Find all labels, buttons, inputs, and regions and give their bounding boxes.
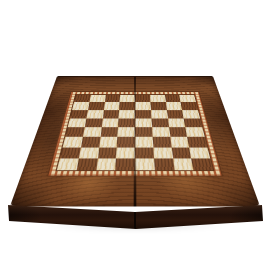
board-square-r2c3 [119,110,135,118]
board-square-r2c0 [70,110,88,118]
board-square-r0c7 [179,95,196,102]
board-square-r0c1 [89,95,105,102]
board-square-r4c5 [152,127,170,137]
board-square-r4c4 [135,127,152,137]
board-square-r6c5 [153,147,172,158]
board-square-r5c5 [152,137,171,147]
board-square-r0c2 [105,95,121,102]
board-square-r7c2 [96,158,116,170]
board-square-r3c7 [184,118,203,127]
board-square-r3c6 [168,118,186,127]
board-square-r0c0 [74,95,91,102]
board-square-r6c2 [97,147,116,158]
board-square-r1c0 [72,102,89,110]
board-square-r1c4 [135,102,151,110]
board-square-r5c0 [63,137,83,147]
board-square-r2c5 [151,110,168,118]
board-square-r4c2 [100,127,118,137]
board-square-r7c4 [135,158,155,170]
board-square-r7c1 [76,158,97,170]
board-square-r1c2 [104,102,120,110]
board-square-r7c6 [173,158,194,170]
board-square-r3c3 [118,118,135,127]
board-square-r5c3 [117,137,135,147]
board-square-r6c3 [116,147,135,158]
board-square-r6c7 [189,147,210,158]
board-square-r1c6 [165,102,182,110]
board-square-r7c5 [154,158,174,170]
board-square-r5c6 [170,137,189,147]
board-square-r0c3 [120,95,135,102]
board-square-r6c0 [60,147,81,158]
board-square-r1c3 [119,102,135,110]
board-square-r6c1 [79,147,99,158]
board-square-r0c6 [165,95,181,102]
chess-board [10,76,260,206]
side-fold-seam [134,206,136,230]
board-square-r4c7 [185,127,204,137]
board-square-r4c0 [65,127,84,137]
board-square-r1c5 [150,102,166,110]
board-square-r0c4 [135,95,150,102]
board-square-r0c5 [150,95,166,102]
board-square-r2c1 [86,110,103,118]
board-square-r2c7 [182,110,200,118]
board-square-r3c1 [85,118,103,127]
board-square-r3c5 [151,118,168,127]
board-square-r2c6 [166,110,183,118]
board-square-r4c3 [118,127,135,137]
board-square-r2c2 [102,110,119,118]
board-square-r7c0 [57,158,79,170]
board-frame [10,76,260,206]
product-photo [0,0,270,270]
board-square-r2c4 [135,110,151,118]
board-square-r5c4 [135,137,153,147]
board-square-r1c7 [181,102,198,110]
board-square-r6c4 [135,147,154,158]
board-square-r3c4 [135,118,152,127]
board-square-r7c3 [115,158,135,170]
board-square-r3c0 [68,118,87,127]
board-square-r5c1 [81,137,100,147]
board-square-r7c7 [191,158,213,170]
board-square-r4c6 [169,127,188,137]
board-square-r1c1 [88,102,105,110]
board-square-r3c2 [101,118,118,127]
board-square-r5c2 [99,137,118,147]
board-square-r5c7 [187,137,207,147]
board-square-r4c1 [83,127,102,137]
board-square-r6c6 [171,147,191,158]
